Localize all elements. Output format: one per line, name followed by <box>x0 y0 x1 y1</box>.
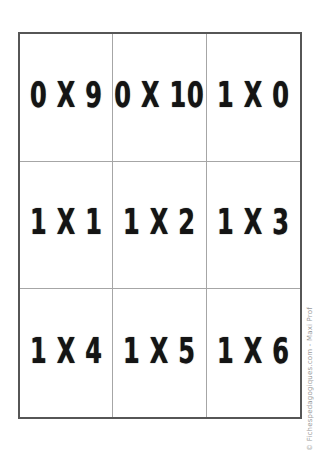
flashcard: 1 X 6 <box>207 289 300 417</box>
flashcard: 1 X 5 <box>113 289 206 417</box>
flashcard: 1 X 0 <box>207 34 300 162</box>
watermark-credit: © Fichespedagogiques.com - Maxi Prof <box>306 329 315 451</box>
flashcard-label: 0 X 10 <box>114 75 204 116</box>
flashcard-label: 1 X 3 <box>217 202 290 243</box>
flashcard-label: 1 X 6 <box>217 331 290 372</box>
flashcard-sheet: 0 X 9 0 X 10 1 X 0 1 X 1 1 X 2 1 X 3 1 X… <box>0 0 320 453</box>
flashcard-label: 0 X 9 <box>30 75 103 116</box>
flashcard: 1 X 3 <box>207 162 300 290</box>
flashcards-grid: 0 X 9 0 X 10 1 X 0 1 X 1 1 X 2 1 X 3 1 X… <box>18 32 302 419</box>
flashcard-label: 1 X 1 <box>30 202 103 243</box>
flashcard-label: 1 X 5 <box>123 331 196 372</box>
flashcard-label: 1 X 0 <box>217 75 290 116</box>
flashcard: 0 X 10 <box>113 34 206 162</box>
flashcard-label: 1 X 2 <box>123 202 196 243</box>
flashcard-label: 1 X 4 <box>30 331 103 372</box>
flashcard: 0 X 9 <box>20 34 113 162</box>
flashcard: 1 X 4 <box>20 289 113 417</box>
flashcard: 1 X 2 <box>113 162 206 290</box>
flashcard: 1 X 1 <box>20 162 113 290</box>
